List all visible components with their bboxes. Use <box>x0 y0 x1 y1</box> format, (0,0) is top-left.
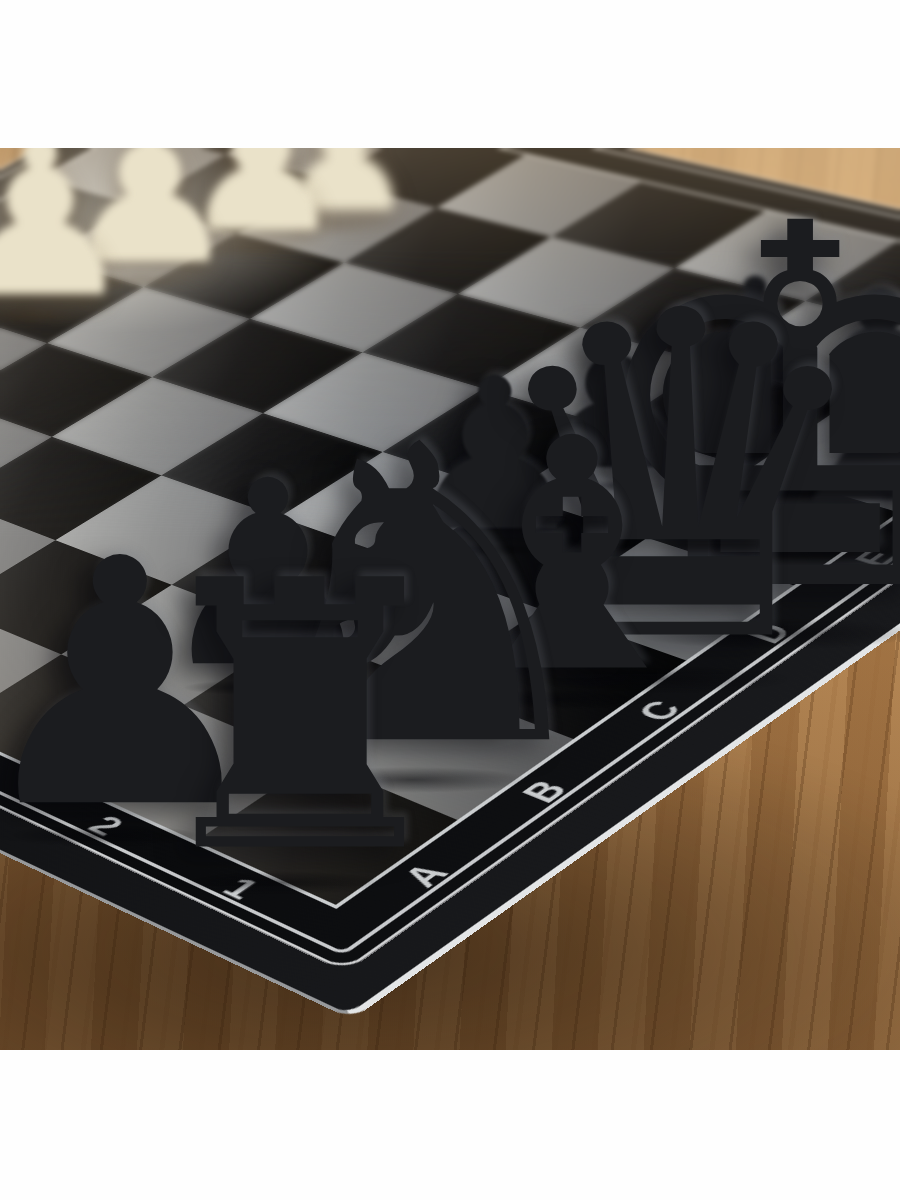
product-photo: ABCDEFGH 87654321 ♟♟♟♟♟♟♝♟♚♛♝♟♞♟♜ <box>0 148 900 1050</box>
rank-label-2: 2 <box>79 810 133 842</box>
rank-label-1: 1 <box>212 872 268 906</box>
file-label-b: B <box>512 774 579 808</box>
file-label-a: A <box>392 857 459 893</box>
top-white-band <box>0 0 900 148</box>
file-label-c: C <box>627 695 693 727</box>
file-label-d: D <box>737 618 803 648</box>
bottom-white-band <box>0 1050 900 1200</box>
rank-label-3: 3 <box>0 753 7 783</box>
file-label-e: E <box>845 545 900 572</box>
